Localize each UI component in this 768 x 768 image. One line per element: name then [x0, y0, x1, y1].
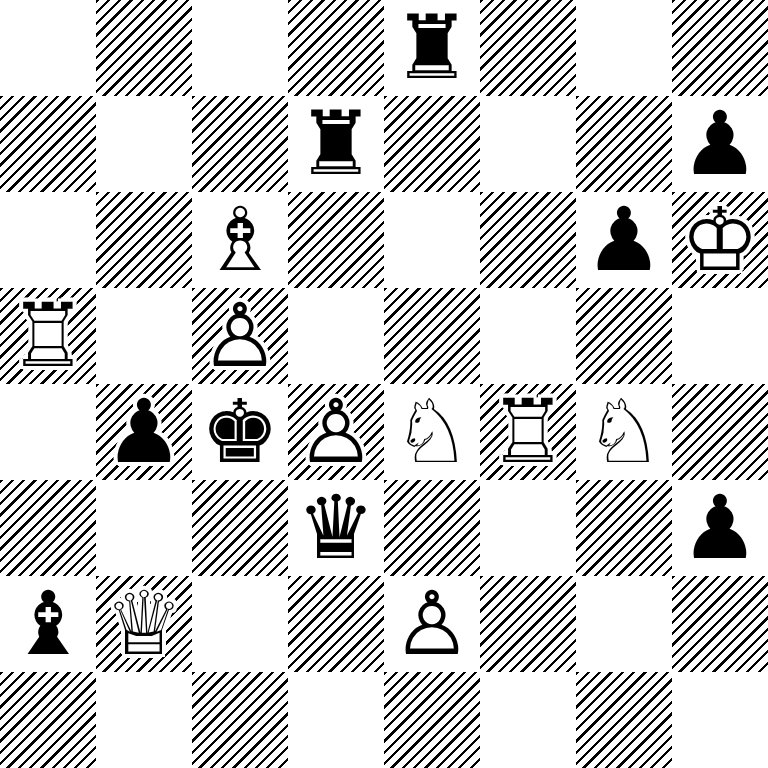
square-a5[interactable]: ♜♖ [0, 288, 96, 384]
square-h2[interactable] [672, 576, 768, 672]
square-f6[interactable] [480, 192, 576, 288]
square-h5[interactable] [672, 288, 768, 384]
piece-white-queen[interactable]: ♛♕ [96, 576, 192, 672]
piece-white-knight-glyph: ♘ [384, 384, 480, 480]
square-e6[interactable] [384, 192, 480, 288]
square-e4[interactable]: ♞♘ [384, 384, 480, 480]
square-d8[interactable] [288, 0, 384, 96]
square-b5[interactable] [96, 288, 192, 384]
square-b2[interactable]: ♛♕ [96, 576, 192, 672]
piece-black-bishop[interactable]: ♝♝ [0, 576, 96, 672]
square-d2[interactable] [288, 576, 384, 672]
piece-white-pawn[interactable]: ♟♙ [288, 384, 384, 480]
square-e7[interactable] [384, 96, 480, 192]
square-b6[interactable] [96, 192, 192, 288]
square-e8[interactable]: ♜♜ [384, 0, 480, 96]
square-f1[interactable] [480, 672, 576, 768]
square-d6[interactable] [288, 192, 384, 288]
square-a4[interactable] [0, 384, 96, 480]
square-g1[interactable] [576, 672, 672, 768]
square-b1[interactable] [96, 672, 192, 768]
piece-black-bishop-glyph: ♝ [0, 576, 96, 672]
square-e1[interactable] [384, 672, 480, 768]
square-b7[interactable] [96, 96, 192, 192]
piece-white-pawn-glyph: ♙ [384, 576, 480, 672]
square-h6[interactable]: ♚♔ [672, 192, 768, 288]
square-e2[interactable]: ♟♙ [384, 576, 480, 672]
square-c6[interactable]: ♝♗ [192, 192, 288, 288]
piece-white-bishop-glyph: ♗ [192, 192, 288, 288]
piece-white-knight[interactable]: ♞♘ [576, 384, 672, 480]
square-b4[interactable]: ♟♟ [96, 384, 192, 480]
square-a2[interactable]: ♝♝ [0, 576, 96, 672]
square-f8[interactable] [480, 0, 576, 96]
piece-black-rook[interactable]: ♜♜ [384, 0, 480, 96]
square-a7[interactable] [0, 96, 96, 192]
piece-white-pawn[interactable]: ♟♙ [384, 576, 480, 672]
piece-black-queen-glyph: ♛ [288, 480, 384, 576]
square-d7[interactable]: ♜♜ [288, 96, 384, 192]
square-g6[interactable]: ♟♟ [576, 192, 672, 288]
square-c2[interactable] [192, 576, 288, 672]
square-a8[interactable] [0, 0, 96, 96]
piece-black-rook[interactable]: ♜♜ [288, 96, 384, 192]
piece-white-pawn-glyph: ♙ [192, 288, 288, 384]
square-g5[interactable] [576, 288, 672, 384]
square-c1[interactable] [192, 672, 288, 768]
piece-white-rook-glyph: ♖ [0, 288, 96, 384]
square-e5[interactable] [384, 288, 480, 384]
square-g7[interactable] [576, 96, 672, 192]
piece-white-knight-glyph: ♘ [576, 384, 672, 480]
piece-white-king[interactable]: ♚♔ [672, 192, 768, 288]
piece-black-king[interactable]: ♚♚ [192, 384, 288, 480]
square-c5[interactable]: ♟♙ [192, 288, 288, 384]
square-h3[interactable]: ♟♟ [672, 480, 768, 576]
piece-black-queen[interactable]: ♛♛ [288, 480, 384, 576]
square-f3[interactable] [480, 480, 576, 576]
piece-white-bishop[interactable]: ♝♗ [192, 192, 288, 288]
piece-black-pawn[interactable]: ♟♟ [672, 96, 768, 192]
square-c4[interactable]: ♚♚ [192, 384, 288, 480]
square-h1[interactable] [672, 672, 768, 768]
square-b3[interactable] [96, 480, 192, 576]
square-e3[interactable] [384, 480, 480, 576]
piece-white-pawn-glyph: ♙ [288, 384, 384, 480]
piece-black-pawn-glyph: ♟ [576, 192, 672, 288]
piece-white-rook-glyph: ♖ [480, 384, 576, 480]
piece-black-king-glyph: ♚ [192, 384, 288, 480]
piece-white-king-glyph: ♔ [672, 192, 768, 288]
square-f5[interactable] [480, 288, 576, 384]
square-f7[interactable] [480, 96, 576, 192]
square-c3[interactable] [192, 480, 288, 576]
square-c8[interactable] [192, 0, 288, 96]
piece-white-pawn[interactable]: ♟♙ [192, 288, 288, 384]
square-a6[interactable] [0, 192, 96, 288]
piece-white-rook[interactable]: ♜♖ [0, 288, 96, 384]
piece-black-pawn[interactable]: ♟♟ [96, 384, 192, 480]
square-g4[interactable]: ♞♘ [576, 384, 672, 480]
square-f4[interactable]: ♜♖ [480, 384, 576, 480]
square-b8[interactable] [96, 0, 192, 96]
piece-black-pawn[interactable]: ♟♟ [672, 480, 768, 576]
piece-white-knight[interactable]: ♞♘ [384, 384, 480, 480]
square-g8[interactable] [576, 0, 672, 96]
square-h8[interactable] [672, 0, 768, 96]
square-c7[interactable] [192, 96, 288, 192]
piece-black-rook-glyph: ♜ [288, 96, 384, 192]
chess-board: ♜♜♜♜♟♟♝♗♟♟♚♔♜♖♟♙♟♟♚♚♟♙♞♘♜♖♞♘♛♛♟♟♝♝♛♕♟♙ [0, 0, 768, 768]
square-f2[interactable] [480, 576, 576, 672]
square-g2[interactable] [576, 576, 672, 672]
piece-black-pawn-glyph: ♟ [672, 480, 768, 576]
square-d3[interactable]: ♛♛ [288, 480, 384, 576]
square-a1[interactable] [0, 672, 96, 768]
piece-black-pawn-glyph: ♟ [96, 384, 192, 480]
square-d5[interactable] [288, 288, 384, 384]
square-h4[interactable] [672, 384, 768, 480]
square-d1[interactable] [288, 672, 384, 768]
square-a3[interactable] [0, 480, 96, 576]
square-g3[interactable] [576, 480, 672, 576]
piece-black-pawn[interactable]: ♟♟ [576, 192, 672, 288]
square-h7[interactable]: ♟♟ [672, 96, 768, 192]
square-d4[interactable]: ♟♙ [288, 384, 384, 480]
piece-black-rook-glyph: ♜ [384, 0, 480, 96]
piece-white-queen-glyph: ♕ [96, 576, 192, 672]
piece-black-pawn-glyph: ♟ [672, 96, 768, 192]
piece-white-rook[interactable]: ♜♖ [480, 384, 576, 480]
